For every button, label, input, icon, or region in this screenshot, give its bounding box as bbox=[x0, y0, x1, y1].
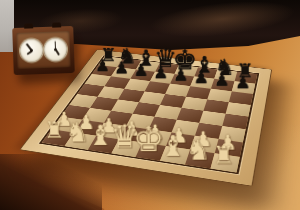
clock-button-right bbox=[52, 22, 61, 27]
square-a4[interactable] bbox=[69, 94, 97, 108]
piece-black-pawn[interactable]: ♟ bbox=[228, 74, 257, 91]
clock-dial-left bbox=[20, 39, 44, 63]
chess-clock bbox=[12, 26, 75, 75]
square-a5[interactable] bbox=[77, 84, 104, 97]
piece-white-rook[interactable]: ♜ bbox=[206, 143, 241, 168]
clock-dial-right bbox=[44, 38, 68, 62]
clock-button-left bbox=[24, 23, 33, 28]
square-h1[interactable]: ♜ bbox=[211, 153, 240, 172]
table-corner-shadow bbox=[0, 154, 102, 210]
scene: ♜♞♝♛♚♝♞♜♟♟♟♟♟♟♟♟♟♟♟♟♟♟♟♟♜♞♝♛♚♝♞♜ bbox=[0, 0, 300, 210]
clock-pin bbox=[30, 49, 33, 52]
clock-pin bbox=[54, 48, 57, 51]
clock-face-plate bbox=[16, 31, 70, 69]
